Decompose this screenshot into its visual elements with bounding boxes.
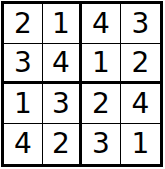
cell-r4c3[interactable]: 3 [82, 124, 121, 164]
cell-r3c3[interactable]: 2 [82, 84, 121, 124]
sudoku-board: 2 1 4 3 3 4 1 2 1 3 2 4 4 2 3 1 [1, 1, 163, 167]
cell-r1c4[interactable]: 3 [121, 4, 160, 44]
cell-r1c2[interactable]: 1 [43, 4, 82, 44]
cell-r4c1[interactable]: 4 [4, 124, 43, 164]
cell-r3c1[interactable]: 1 [4, 84, 43, 124]
cell-r2c2[interactable]: 4 [43, 44, 82, 84]
cell-r2c4[interactable]: 2 [121, 44, 160, 84]
cell-r3c4[interactable]: 4 [121, 84, 160, 124]
cell-r1c3[interactable]: 4 [82, 4, 121, 44]
cell-r1c1[interactable]: 2 [4, 4, 43, 44]
cell-r4c4[interactable]: 1 [121, 124, 160, 164]
cell-r3c2[interactable]: 3 [43, 84, 82, 124]
cell-r4c2[interactable]: 2 [43, 124, 82, 164]
cell-r2c1[interactable]: 3 [4, 44, 43, 84]
cell-r2c3[interactable]: 1 [82, 44, 121, 84]
